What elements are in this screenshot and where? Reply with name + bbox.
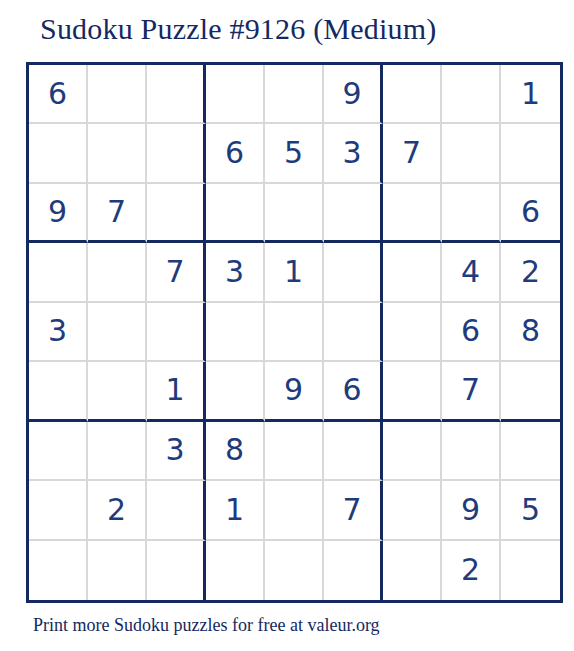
sudoku-cell-r6c1 [29,362,88,421]
sudoku-cell-r4c5: 1 [265,243,324,302]
sudoku-cell-r8c1 [29,481,88,540]
sudoku-cell-r8c9: 5 [501,481,560,540]
sudoku-cell-r5c9: 8 [501,303,560,362]
sudoku-cell-r1c1: 6 [29,65,88,124]
sudoku-cell-r3c1: 9 [29,184,88,243]
sudoku-cell-r5c1: 3 [29,303,88,362]
sudoku-cell-r7c8 [442,422,501,481]
sudoku-cell-r8c2: 2 [88,481,147,540]
sudoku-cell-r5c7 [383,303,442,362]
sudoku-cell-r2c5: 5 [265,124,324,183]
sudoku-cell-r6c7 [383,362,442,421]
sudoku-cell-r2c1 [29,124,88,183]
sudoku-grid: 691653797673142368196738217952 [26,62,563,603]
sudoku-cell-r2c9 [501,124,560,183]
sudoku-cell-r6c4 [206,362,265,421]
sudoku-cell-r4c7 [383,243,442,302]
sudoku-cell-r5c3 [147,303,206,362]
sudoku-cell-r8c8: 9 [442,481,501,540]
footer-text: Print more Sudoku puzzles for free at va… [33,615,380,636]
sudoku-cell-r9c1 [29,541,88,600]
sudoku-cell-r4c9: 2 [501,243,560,302]
sudoku-cell-r1c9: 1 [501,65,560,124]
sudoku-cell-r1c4 [206,65,265,124]
sudoku-cell-r7c3: 3 [147,422,206,481]
sudoku-cell-r8c7 [383,481,442,540]
sudoku-cell-r9c6 [324,541,383,600]
sudoku-cell-r1c3 [147,65,206,124]
sudoku-cell-r9c2 [88,541,147,600]
sudoku-cell-r7c4: 8 [206,422,265,481]
sudoku-cell-r9c9 [501,541,560,600]
sudoku-cell-r8c6: 7 [324,481,383,540]
sudoku-cell-r7c7 [383,422,442,481]
sudoku-cell-r6c6: 6 [324,362,383,421]
sudoku-cell-r4c6 [324,243,383,302]
sudoku-cell-r5c6 [324,303,383,362]
sudoku-cell-r6c9 [501,362,560,421]
sudoku-cell-r2c3 [147,124,206,183]
sudoku-cell-r7c1 [29,422,88,481]
sudoku-cell-r3c3 [147,184,206,243]
sudoku-cell-r4c8: 4 [442,243,501,302]
sudoku-cell-r3c4 [206,184,265,243]
sudoku-cell-r4c3: 7 [147,243,206,302]
sudoku-cell-r3c9: 6 [501,184,560,243]
sudoku-cell-r4c1 [29,243,88,302]
sudoku-cell-r6c3: 1 [147,362,206,421]
sudoku-cell-r9c4 [206,541,265,600]
sudoku-cell-r9c5 [265,541,324,600]
sudoku-cell-r5c2 [88,303,147,362]
sudoku-cell-r8c5 [265,481,324,540]
sudoku-cell-r3c8 [442,184,501,243]
sudoku-cell-r7c5 [265,422,324,481]
sudoku-cell-r7c9 [501,422,560,481]
sudoku-cell-r6c5: 9 [265,362,324,421]
sudoku-cell-r1c2 [88,65,147,124]
sudoku-cell-r8c4: 1 [206,481,265,540]
sudoku-cell-r4c2 [88,243,147,302]
sudoku-cell-r1c8 [442,65,501,124]
sudoku-cell-r9c7 [383,541,442,600]
sudoku-cell-r9c3 [147,541,206,600]
sudoku-cell-r5c5 [265,303,324,362]
sudoku-cell-r6c8: 7 [442,362,501,421]
puzzle-title: Sudoku Puzzle #9126 (Medium) [40,12,436,46]
sudoku-cell-r2c2 [88,124,147,183]
sudoku-cell-r8c3 [147,481,206,540]
sudoku-cell-r2c4: 6 [206,124,265,183]
sudoku-cell-r3c5 [265,184,324,243]
sudoku-cell-r2c8 [442,124,501,183]
sudoku-cell-r2c6: 3 [324,124,383,183]
sudoku-cell-r1c6: 9 [324,65,383,124]
sudoku-cell-r4c4: 3 [206,243,265,302]
sudoku-cell-r2c7: 7 [383,124,442,183]
sudoku-cell-r1c5 [265,65,324,124]
sudoku-cell-r1c7 [383,65,442,124]
sudoku-cell-r3c7 [383,184,442,243]
sudoku-cell-r5c8: 6 [442,303,501,362]
sudoku-cell-r7c2 [88,422,147,481]
sudoku-cell-r7c6 [324,422,383,481]
page: Sudoku Puzzle #9126 (Medium) 69165379767… [0,0,574,651]
sudoku-cell-r9c8: 2 [442,541,501,600]
sudoku-cell-r6c2 [88,362,147,421]
sudoku-cell-r5c4 [206,303,265,362]
sudoku-cell-r3c6 [324,184,383,243]
sudoku-cell-r3c2: 7 [88,184,147,243]
